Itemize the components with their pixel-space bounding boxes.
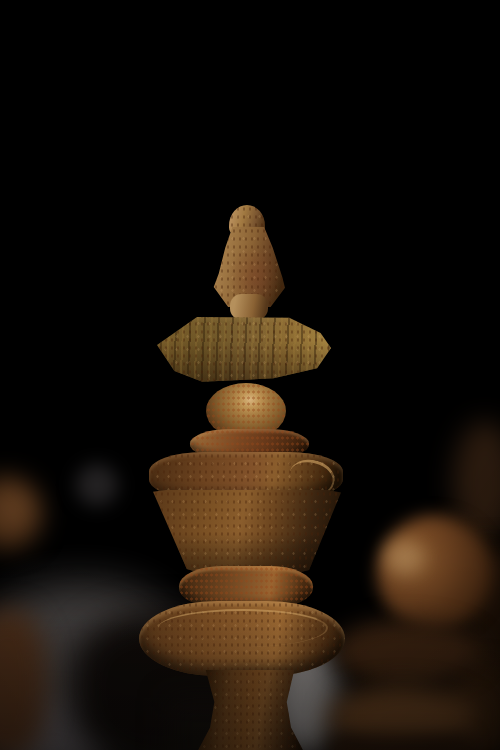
wood-grain-overlay xyxy=(153,490,341,576)
king-stem xyxy=(196,670,304,750)
photo-stage xyxy=(0,0,500,750)
blurred-piece-right-top xyxy=(453,421,500,541)
king-collar-ring-large xyxy=(139,601,345,676)
king-cross-arm xyxy=(157,312,331,384)
blurred-pawn-head xyxy=(377,515,493,631)
blurred-piece-left-body xyxy=(0,610,46,750)
blurred-board-light-square-left xyxy=(0,585,185,750)
king-body-taper xyxy=(153,490,341,576)
bokeh-spot xyxy=(76,464,118,506)
king-finial-neck xyxy=(230,294,268,320)
collar-rim-highlight xyxy=(158,609,329,647)
blurred-piece-right-mid xyxy=(470,546,500,684)
blurred-piece-left-head xyxy=(0,476,42,550)
blurred-pawn-base xyxy=(328,686,476,750)
blurred-piece-right-bottom xyxy=(446,666,500,750)
blurred-pawn-base-shadow xyxy=(330,736,470,750)
blurred-pawn-highlight xyxy=(386,541,424,575)
blurred-pawn-collar xyxy=(333,620,483,684)
wood-grain-overlay xyxy=(157,312,331,384)
wood-grain-overlay xyxy=(196,670,304,750)
blurred-board-light-square-corner xyxy=(0,703,110,750)
